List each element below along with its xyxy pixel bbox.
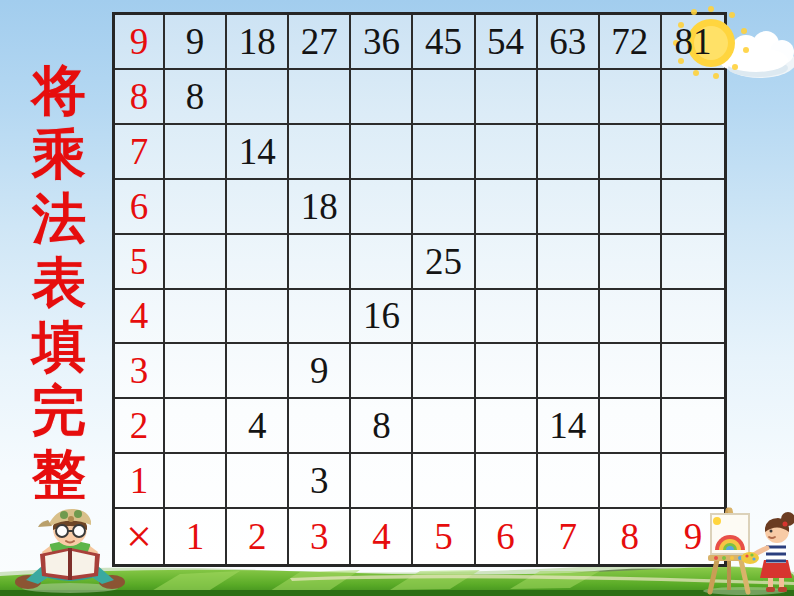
column-footer-cell: 8 — [600, 509, 662, 564]
row-header-cell: 6 — [115, 180, 165, 235]
empty-cell — [289, 399, 351, 454]
filled-cell: 16 — [351, 290, 413, 345]
empty-cell — [289, 70, 351, 125]
empty-cell — [538, 235, 600, 290]
empty-cell — [289, 290, 351, 345]
empty-cell — [413, 125, 475, 180]
empty-cell — [227, 235, 289, 290]
empty-cell — [227, 180, 289, 235]
empty-cell — [289, 125, 351, 180]
empty-cell — [538, 125, 600, 180]
filled-cell: 27 — [289, 15, 351, 70]
row-header-cell: 8 — [115, 70, 165, 125]
column-footer-cell: 5 — [413, 509, 475, 564]
empty-cell — [165, 454, 227, 509]
filled-cell: 45 — [413, 15, 475, 70]
filled-cell: 18 — [289, 180, 351, 235]
empty-cell — [662, 344, 724, 399]
empty-cell — [413, 344, 475, 399]
filled-cell: 54 — [476, 15, 538, 70]
empty-cell — [413, 399, 475, 454]
empty-cell — [165, 290, 227, 345]
filled-cell: 14 — [227, 125, 289, 180]
column-footer-cell: 7 — [538, 509, 600, 564]
title-char: 整 — [32, 442, 86, 506]
title-char: 完 — [32, 378, 86, 442]
row-header-cell: 5 — [115, 235, 165, 290]
title-char: 法 — [32, 186, 86, 250]
empty-cell — [476, 290, 538, 345]
row-header-cell: 1 — [115, 454, 165, 509]
empty-cell — [538, 344, 600, 399]
filled-cell: 36 — [351, 15, 413, 70]
empty-cell — [351, 125, 413, 180]
empty-cell — [165, 125, 227, 180]
row-header-cell: 7 — [115, 125, 165, 180]
empty-cell — [662, 180, 724, 235]
row-header-cell: 4 — [115, 290, 165, 345]
row-header-cell: 2 — [115, 399, 165, 454]
empty-cell — [413, 290, 475, 345]
empty-cell — [600, 70, 662, 125]
empty-cell — [227, 70, 289, 125]
filled-cell: 8 — [165, 70, 227, 125]
empty-cell — [289, 235, 351, 290]
girl-painting-illustration — [700, 498, 794, 596]
empty-cell — [600, 454, 662, 509]
filled-cell: 25 — [413, 235, 475, 290]
empty-cell — [476, 70, 538, 125]
title-char: 表 — [32, 250, 86, 314]
filled-cell: 8 — [351, 399, 413, 454]
title-char: 乘 — [32, 122, 86, 186]
empty-cell — [538, 70, 600, 125]
empty-cell — [227, 344, 289, 399]
column-footer-cell: 4 — [351, 509, 413, 564]
empty-cell — [476, 180, 538, 235]
column-footer-cell: 2 — [227, 509, 289, 564]
title-char: 填 — [32, 314, 86, 378]
empty-cell — [351, 180, 413, 235]
empty-cell — [351, 235, 413, 290]
empty-cell — [165, 399, 227, 454]
filled-cell: 72 — [600, 15, 662, 70]
empty-cell — [600, 235, 662, 290]
empty-cell — [600, 125, 662, 180]
empty-cell — [600, 344, 662, 399]
boy-reading-illustration — [12, 504, 128, 594]
empty-cell — [600, 180, 662, 235]
empty-cell — [227, 454, 289, 509]
row-header-cell: 9 — [115, 15, 165, 70]
column-footer-cell: 6 — [476, 509, 538, 564]
empty-cell — [351, 454, 413, 509]
empty-cell — [600, 290, 662, 345]
multiplication-table: 9918273645546372818871461852541639248141… — [112, 12, 727, 567]
empty-cell — [227, 290, 289, 345]
slide: 将乘法表填完整 99182736455463728188714618525416… — [0, 0, 794, 596]
empty-cell — [476, 454, 538, 509]
filled-cell: 81 — [662, 15, 724, 70]
empty-cell — [662, 290, 724, 345]
empty-cell — [165, 180, 227, 235]
empty-cell — [165, 235, 227, 290]
filled-cell: 63 — [538, 15, 600, 70]
title-char: 将 — [32, 58, 86, 122]
row-header-cell: 3 — [115, 344, 165, 399]
filled-cell: 18 — [227, 15, 289, 70]
empty-cell — [165, 344, 227, 399]
filled-cell: 9 — [165, 15, 227, 70]
empty-cell — [538, 290, 600, 345]
empty-cell — [662, 70, 724, 125]
empty-cell — [476, 235, 538, 290]
empty-cell — [662, 235, 724, 290]
column-footer-cell: 3 — [289, 509, 351, 564]
empty-cell — [538, 180, 600, 235]
empty-cell — [600, 399, 662, 454]
empty-cell — [413, 454, 475, 509]
empty-cell — [538, 454, 600, 509]
empty-cell — [476, 344, 538, 399]
filled-cell: 14 — [538, 399, 600, 454]
filled-cell: 9 — [289, 344, 351, 399]
empty-cell — [476, 125, 538, 180]
page-title: 将乘法表填完整 — [24, 58, 94, 506]
empty-cell — [476, 399, 538, 454]
filled-cell: 3 — [289, 454, 351, 509]
empty-cell — [351, 344, 413, 399]
empty-cell — [413, 180, 475, 235]
empty-cell — [413, 70, 475, 125]
empty-cell — [351, 70, 413, 125]
empty-cell — [662, 399, 724, 454]
empty-cell — [662, 125, 724, 180]
column-footer-cell: 1 — [165, 509, 227, 564]
filled-cell: 4 — [227, 399, 289, 454]
